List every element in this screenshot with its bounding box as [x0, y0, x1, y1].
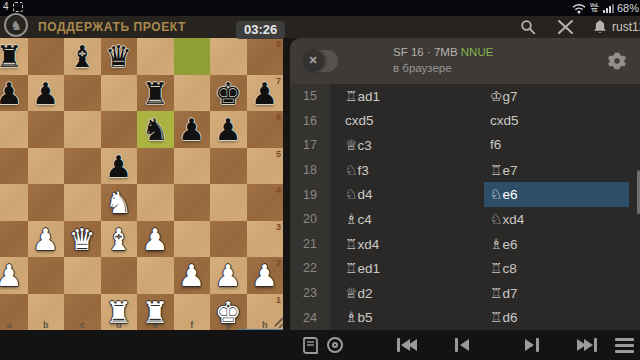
white-pawn[interactable]: ♟ — [137, 221, 174, 258]
white-pawn[interactable]: ♟ — [174, 257, 211, 294]
square-a7[interactable]: ♟ — [0, 75, 28, 112]
previous-move-button[interactable] — [450, 330, 474, 360]
move-number: 16 — [290, 114, 330, 128]
white-rook[interactable]: ♜ — [137, 294, 174, 331]
status-left-text: 4 — [3, 1, 9, 12]
square-f5[interactable] — [174, 148, 211, 185]
black-pawn[interactable]: ♟ — [210, 111, 247, 148]
square-a5[interactable] — [0, 148, 28, 185]
move-row-17: 17♕c3f6 — [290, 133, 640, 158]
move-number: 17 — [290, 138, 330, 152]
rank-label-4: 4 — [276, 185, 281, 195]
black-pawn[interactable]: ♟ — [28, 75, 65, 112]
square-e7[interactable]: ♜ — [137, 75, 174, 112]
black-king[interactable]: ♚ — [210, 75, 247, 112]
move-row-18: 18♘f3♖e7 — [290, 158, 640, 183]
gear-icon[interactable] — [607, 51, 627, 71]
target-icon[interactable] — [324, 330, 346, 360]
square-d4[interactable]: ♞ — [101, 184, 138, 221]
move-21-white[interactable]: ♖xd4 — [345, 232, 485, 257]
square-g5[interactable] — [210, 148, 247, 185]
engine-header: ✕ SF 16 · 7MB NNUE в браузере — [290, 38, 640, 84]
rank-label-6: 6 — [276, 112, 281, 122]
square-c4[interactable] — [64, 184, 101, 221]
white-pawn[interactable]: ♟ — [28, 221, 65, 258]
square-b2[interactable] — [28, 257, 65, 294]
engine-nnue-badge: NNUE — [461, 46, 494, 58]
move-number: 18 — [290, 163, 330, 177]
move-number: 20 — [290, 212, 330, 226]
black-pawn[interactable]: ♟ — [174, 111, 211, 148]
move-row-15: 15♖ad1♔g7 — [290, 84, 640, 109]
move-18-black[interactable]: ♖e7 — [490, 158, 635, 183]
move-list: 15♖ad1♔g716cxd5cxd517♕c3f618♘f3♖e719♘d4♘… — [290, 84, 640, 330]
square-d8[interactable]: ♛ — [101, 38, 138, 75]
file-label-f: f — [190, 320, 193, 330]
square-g3[interactable] — [210, 221, 247, 258]
move-18-white[interactable]: ♘f3 — [345, 158, 485, 183]
square-g1[interactable]: g♚ — [210, 294, 247, 331]
square-f6[interactable]: ♟ — [174, 111, 211, 148]
move-number: 24 — [290, 311, 330, 325]
move-23-white[interactable]: ♕d2 — [345, 281, 485, 306]
bottom-toolbar — [0, 330, 640, 360]
square-h4[interactable]: 4 — [247, 184, 284, 221]
square-c8[interactable]: ♝ — [64, 38, 101, 75]
move-24-white[interactable]: ♗b5 — [345, 305, 485, 330]
square-h3[interactable]: 3 — [247, 221, 284, 258]
board-resize-handle[interactable] — [272, 317, 286, 329]
screen-capture-icon — [13, 2, 23, 12]
square-c2[interactable] — [64, 257, 101, 294]
move-21-black[interactable]: ♗e6 — [490, 232, 635, 257]
move-17-black[interactable]: f6 — [490, 133, 635, 158]
white-knight[interactable]: ♞ — [101, 184, 138, 221]
app-header: ♞ ПОДДЕРЖАТЬ ПРОЕКТ rust1213 — [0, 16, 640, 38]
move-number: 23 — [290, 286, 330, 300]
white-bishop[interactable]: ♝ — [101, 221, 138, 258]
square-a3[interactable] — [0, 221, 28, 258]
square-b4[interactable] — [28, 184, 65, 221]
signal-icon — [603, 3, 614, 13]
move-19-black[interactable]: ♘e6 — [484, 182, 629, 207]
engine-subtitle: в браузере — [393, 60, 493, 76]
white-pawn[interactable]: ♟ — [0, 257, 28, 294]
move-17-white[interactable]: ♕c3 — [345, 133, 485, 158]
square-a6[interactable] — [0, 111, 28, 148]
square-f4[interactable] — [174, 184, 211, 221]
square-h2[interactable]: 2♟ — [247, 257, 284, 294]
square-g6[interactable]: ♟ — [210, 111, 247, 148]
move-19-white[interactable]: ♘d4 — [345, 182, 485, 207]
move-row-23: 23♕d2♖d7 — [290, 281, 640, 306]
move-20-black[interactable]: ♘xd4 — [490, 207, 635, 232]
black-bishop[interactable]: ♝ — [64, 38, 101, 75]
square-d6[interactable] — [101, 111, 138, 148]
move-row-22: 22♖ed1♖c8 — [290, 256, 640, 281]
chess-board[interactable]: ♜♝♛8♟♟♜♚7♟♞♟♟6♟5♞4♟♛♝♟3♟♟♟2♟abcd♜e♜fg♚1h — [0, 38, 283, 330]
move-22-white[interactable]: ♖ed1 — [345, 256, 485, 281]
support-project-banner[interactable]: ПОДДЕРЖАТЬ ПРОЕКТ — [38, 20, 186, 34]
white-king[interactable]: ♚ — [210, 294, 247, 331]
square-g2[interactable]: ♟ — [210, 257, 247, 294]
black-pawn[interactable]: ♟ — [247, 75, 284, 112]
search-icon[interactable] — [519, 19, 537, 35]
move-15-white[interactable]: ♖ad1 — [345, 84, 485, 109]
move-number: 21 — [290, 237, 330, 251]
square-f8[interactable] — [174, 38, 211, 75]
square-b1[interactable]: b — [28, 294, 65, 331]
square-b7[interactable]: ♟ — [28, 75, 65, 112]
file-label-b: b — [43, 320, 49, 330]
move-number: 22 — [290, 261, 330, 275]
square-g4[interactable] — [210, 184, 247, 221]
move-20-white[interactable]: ♗c4 — [345, 207, 485, 232]
square-c7[interactable] — [64, 75, 101, 112]
square-h7[interactable]: 7♟ — [247, 75, 284, 112]
engine-toggle-knob[interactable]: ✕ — [302, 50, 324, 72]
black-rook[interactable]: ♜ — [0, 38, 28, 75]
rank-label-5: 5 — [276, 149, 281, 159]
square-d2[interactable] — [101, 257, 138, 294]
square-d1[interactable]: d♜ — [101, 294, 138, 331]
file-label-c: c — [80, 320, 85, 330]
last-move-button[interactable] — [572, 330, 602, 360]
square-a2[interactable]: ♟ — [0, 257, 28, 294]
first-move-button[interactable] — [392, 330, 422, 360]
square-a8[interactable]: ♜ — [0, 38, 28, 75]
black-pawn[interactable]: ♟ — [101, 148, 138, 185]
move-15-black[interactable]: ♔g7 — [490, 84, 635, 109]
wifi-icon — [572, 3, 586, 14]
battery-percent: 68% — [617, 2, 639, 14]
hamburger-menu-icon[interactable] — [612, 330, 636, 360]
square-e2[interactable] — [137, 257, 174, 294]
black-clock: 03:26 — [236, 21, 285, 39]
square-c1[interactable]: c — [64, 294, 101, 331]
crossed-swords-icon[interactable] — [556, 19, 574, 35]
lichess-knight-logo-icon[interactable]: ♞ — [4, 13, 28, 37]
square-f1[interactable]: f — [174, 294, 211, 331]
rank-label-8: 8 — [276, 39, 281, 49]
square-e6[interactable]: ♞ — [137, 111, 174, 148]
square-b5[interactable] — [28, 148, 65, 185]
square-h6[interactable]: 6 — [247, 111, 284, 148]
black-pawn[interactable]: ♟ — [0, 75, 28, 112]
move-row-16: 16cxd5cxd5 — [290, 109, 640, 134]
rank-label-3: 3 — [276, 222, 281, 232]
square-d7[interactable] — [101, 75, 138, 112]
white-queen[interactable]: ♛ — [64, 221, 101, 258]
next-move-button[interactable] — [520, 330, 544, 360]
square-e3[interactable]: ♟ — [137, 221, 174, 258]
volte-icon: VoLTE — [589, 3, 600, 13]
move-row-21: 21♖xd4♗e6 — [290, 232, 640, 257]
square-b3[interactable]: ♟ — [28, 221, 65, 258]
engine-info: SF 16 · 7MB NNUE в браузере — [393, 44, 493, 76]
black-knight[interactable]: ♞ — [137, 111, 174, 148]
white-pawn[interactable]: ♟ — [247, 257, 284, 294]
square-h5[interactable]: 5 — [247, 148, 284, 185]
square-c5[interactable] — [64, 148, 101, 185]
square-b8[interactable] — [28, 38, 65, 75]
square-c3[interactable]: ♛ — [64, 221, 101, 258]
square-e1[interactable]: e♜ — [137, 294, 174, 331]
move-number: 15 — [290, 89, 330, 103]
status-bar: 4 VoLTE 68% — [0, 0, 640, 16]
white-rook[interactable]: ♜ — [101, 294, 138, 331]
square-b6[interactable] — [28, 111, 65, 148]
square-e8[interactable] — [137, 38, 174, 75]
move-16-black[interactable]: cxd5 — [490, 109, 635, 134]
square-f7[interactable] — [174, 75, 211, 112]
square-f2[interactable]: ♟ — [174, 257, 211, 294]
square-a4[interactable] — [0, 184, 28, 221]
opening-book-icon[interactable] — [298, 330, 320, 360]
square-h8[interactable]: 8 — [247, 38, 284, 75]
username-label[interactable]: rust1213 — [612, 20, 640, 34]
move-number: 19 — [290, 188, 330, 202]
move-row-20: 20♗c4♘xd4 — [290, 207, 640, 232]
black-queen[interactable]: ♛ — [101, 38, 138, 75]
white-pawn[interactable]: ♟ — [210, 257, 247, 294]
square-e5[interactable] — [137, 148, 174, 185]
square-d5[interactable]: ♟ — [101, 148, 138, 185]
square-d3[interactable]: ♝ — [101, 221, 138, 258]
move-22-black[interactable]: ♖c8 — [490, 256, 635, 281]
engine-toggle[interactable]: ✕ — [302, 50, 338, 72]
engine-name: SF 16 · 7MB — [393, 46, 458, 58]
square-e4[interactable] — [137, 184, 174, 221]
move-24-black[interactable]: ♖d6 — [490, 305, 635, 330]
bell-icon[interactable] — [591, 19, 609, 35]
move-row-24: 24♗b5♖d6 — [290, 305, 640, 330]
move-16-white[interactable]: cxd5 — [345, 109, 485, 134]
square-a1[interactable]: a — [0, 294, 28, 331]
square-f3[interactable] — [174, 221, 211, 258]
square-c6[interactable] — [64, 111, 101, 148]
square-g7[interactable]: ♚ — [210, 75, 247, 112]
move-row-19: 19♘d4♘e6 — [290, 182, 640, 207]
square-g8[interactable] — [210, 38, 247, 75]
file-label-a: a — [7, 320, 12, 330]
analysis-panel: ✕ SF 16 · 7MB NNUE в браузере 15♖ad1♔g71… — [290, 38, 640, 330]
black-rook[interactable]: ♜ — [137, 75, 174, 112]
rank-label-1: 1 — [276, 295, 281, 305]
move-23-black[interactable]: ♖d7 — [490, 281, 635, 306]
app-screen: 4 VoLTE 68% ♞ ПОДДЕРЖАТЬ ПРОЕКТ rust1213 — [0, 0, 640, 360]
